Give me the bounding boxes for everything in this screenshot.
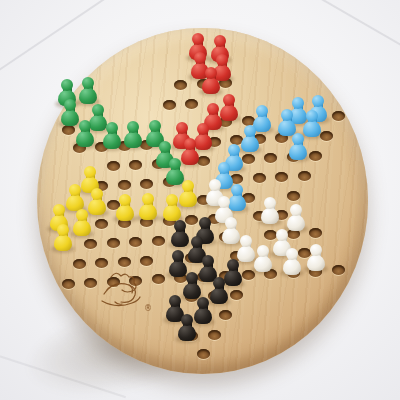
peg-body	[202, 78, 220, 94]
board-hole	[242, 154, 255, 164]
peg-head	[69, 184, 81, 196]
peg-head	[182, 180, 194, 192]
peg-body	[254, 256, 272, 272]
peg-head	[281, 109, 293, 121]
peg-head	[191, 236, 203, 248]
peg-body	[76, 131, 94, 147]
peg-head	[91, 188, 103, 200]
peg-green[interactable]	[124, 121, 142, 148]
peg-black[interactable]	[210, 277, 228, 304]
peg-head	[218, 196, 230, 208]
peg-head	[166, 194, 178, 206]
peg-white[interactable]	[254, 245, 272, 272]
peg-head	[82, 77, 94, 89]
peg-black[interactable]	[183, 272, 201, 299]
peg-head	[216, 54, 228, 66]
peg-head	[292, 97, 304, 109]
board-hole	[107, 238, 120, 248]
peg-yellow[interactable]	[66, 184, 84, 211]
board-hole	[230, 290, 243, 300]
peg-head	[292, 133, 304, 145]
peg-head	[225, 217, 237, 229]
peg-head	[159, 141, 171, 153]
peg-yellow[interactable]	[163, 194, 181, 221]
peg-blue[interactable]	[289, 133, 307, 160]
board-hole	[118, 180, 131, 190]
peg-head	[312, 95, 324, 107]
peg-head	[256, 105, 268, 117]
board-hole	[73, 259, 86, 269]
peg-head	[106, 122, 118, 134]
peg-head	[194, 52, 206, 64]
peg-head	[290, 204, 302, 216]
board-hole	[197, 349, 210, 359]
peg-head	[306, 110, 318, 122]
peg-head	[174, 220, 186, 232]
peg-body	[73, 220, 91, 236]
peg-head	[228, 144, 240, 156]
board-hole	[129, 237, 142, 247]
board-hole	[309, 228, 322, 238]
peg-head	[169, 295, 181, 307]
peg-blue[interactable]	[278, 109, 296, 136]
peg-head	[181, 314, 193, 326]
peg-white[interactable]	[287, 204, 305, 231]
peg-head	[202, 255, 214, 267]
peg-white[interactable]	[283, 248, 301, 275]
peg-head	[92, 104, 104, 116]
board-hole	[332, 111, 345, 121]
peg-head	[199, 217, 211, 229]
peg-body	[54, 235, 72, 251]
board-hole	[118, 257, 131, 267]
peg-white[interactable]	[307, 244, 325, 271]
peg-head	[64, 99, 76, 111]
peg-body	[178, 325, 196, 341]
peg-yellow[interactable]	[139, 193, 157, 220]
peg-head	[205, 67, 217, 79]
peg-red[interactable]	[220, 94, 238, 121]
peg-body	[241, 136, 259, 152]
peg-body	[307, 255, 325, 271]
peg-head	[76, 209, 88, 221]
peg-head	[286, 248, 298, 260]
registered-trademark: ®	[144, 304, 152, 313]
board-hole	[140, 179, 153, 189]
peg-head	[207, 103, 219, 115]
peg-head	[257, 245, 269, 257]
peg-body	[139, 204, 157, 220]
peg-head	[192, 33, 204, 45]
peg-head	[264, 197, 276, 209]
peg-body	[210, 288, 228, 304]
peg-body	[220, 105, 238, 121]
board-hole	[309, 151, 322, 161]
peg-head	[240, 235, 252, 247]
board-hole	[275, 172, 288, 182]
peg-head	[149, 120, 161, 132]
peg-head	[213, 277, 225, 289]
peg-head	[186, 272, 198, 284]
peg-head	[61, 79, 73, 91]
peg-body	[179, 191, 197, 207]
peg-body	[289, 144, 307, 160]
peg-head	[218, 162, 230, 174]
peg-head	[209, 179, 221, 191]
peg-green[interactable]	[76, 120, 94, 147]
board-hole	[163, 100, 176, 110]
board-hole	[253, 173, 266, 183]
peg-head	[276, 229, 288, 241]
peg-body	[261, 208, 279, 224]
peg-yellow[interactable]	[116, 194, 134, 221]
peg-head	[172, 250, 184, 262]
peg-head	[84, 166, 96, 178]
peg-yellow[interactable]	[179, 180, 197, 207]
board-hole	[219, 310, 232, 320]
peg-black[interactable]	[171, 220, 189, 247]
peg-blue[interactable]	[241, 125, 259, 152]
peg-green[interactable]	[79, 77, 97, 104]
board-hole	[140, 256, 153, 266]
board-hole	[298, 171, 311, 181]
peg-head	[127, 121, 139, 133]
backdrop-seam	[0, 0, 108, 81]
peg-head	[119, 194, 131, 206]
peg-head	[53, 204, 65, 216]
board-hole	[62, 279, 75, 289]
peg-head	[227, 259, 239, 271]
peg-red[interactable]	[202, 67, 220, 94]
brand-stamp-logo	[95, 268, 147, 312]
backdrop-seam	[300, 0, 400, 67]
peg-body	[163, 205, 181, 221]
board-hole	[208, 330, 221, 340]
peg-body	[283, 259, 301, 275]
board-hole	[152, 236, 165, 246]
peg-black[interactable]	[178, 314, 196, 341]
peg-head	[142, 193, 154, 205]
peg-yellow[interactable]	[54, 224, 72, 251]
peg-head	[244, 125, 256, 137]
peg-head	[79, 120, 91, 132]
peg-black[interactable]	[194, 297, 212, 324]
peg-head	[214, 35, 226, 47]
peg-white[interactable]	[261, 197, 279, 224]
peg-head	[197, 297, 209, 309]
peg-green[interactable]	[103, 122, 121, 149]
peg-head	[231, 184, 243, 196]
peg-head	[310, 244, 322, 256]
peg-head	[184, 138, 196, 150]
peg-body	[103, 133, 121, 149]
board-hole	[264, 153, 277, 163]
peg-body	[116, 205, 134, 221]
peg-head	[57, 224, 69, 236]
peg-yellow[interactable]	[73, 209, 91, 236]
board-hole	[287, 191, 300, 201]
peg-body	[171, 231, 189, 247]
peg-body	[194, 308, 212, 324]
peg-white[interactable]	[237, 235, 255, 262]
peg-head	[197, 123, 209, 135]
peg-body	[79, 88, 97, 104]
product-photo-scene: ®	[0, 0, 400, 400]
board-hole	[129, 160, 142, 170]
peg-head	[169, 158, 181, 170]
peg-head	[176, 122, 188, 134]
peg-head	[223, 94, 235, 106]
peg-body	[124, 132, 142, 148]
board-hole	[107, 161, 120, 171]
